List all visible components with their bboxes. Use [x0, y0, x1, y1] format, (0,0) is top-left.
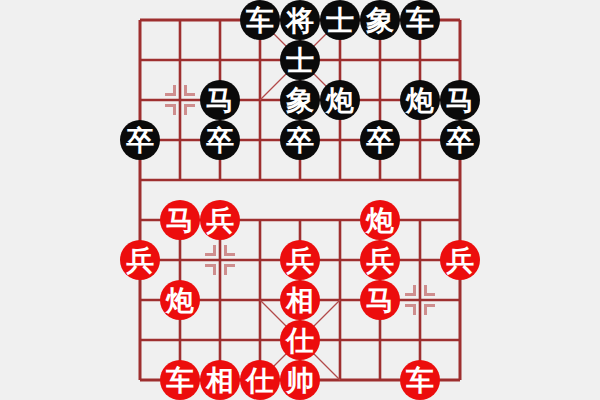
- piece-black-horse[interactable]: 马: [440, 80, 480, 120]
- piece-red-horse[interactable]: 马: [160, 200, 200, 240]
- piece-black-advisor[interactable]: 士: [320, 0, 360, 40]
- piece-red-soldier[interactable]: 兵: [120, 240, 160, 280]
- piece-red-elephant[interactable]: 相: [280, 280, 320, 320]
- piece-black-cannon[interactable]: 炮: [320, 80, 360, 120]
- piece-black-soldier[interactable]: 卒: [360, 120, 400, 160]
- marker-corner-tl: [405, 285, 416, 296]
- piece-red-soldier[interactable]: 兵: [280, 240, 320, 280]
- piece-black-elephant[interactable]: 象: [360, 0, 400, 40]
- piece-red-soldier[interactable]: 兵: [360, 240, 400, 280]
- marker-corner-tr: [184, 85, 195, 96]
- piece-red-horse[interactable]: 马: [360, 280, 400, 320]
- piece-black-soldier[interactable]: 卒: [280, 120, 320, 160]
- piece-red-chariot[interactable]: 车: [400, 360, 440, 400]
- marker-corner-tr: [424, 285, 435, 296]
- marker-corner-bl: [165, 104, 176, 115]
- piece-black-chariot[interactable]: 车: [240, 0, 280, 40]
- piece-red-cannon[interactable]: 炮: [360, 200, 400, 240]
- piece-red-soldier[interactable]: 兵: [440, 240, 480, 280]
- xiangqi-board: 车将士象车士马象炮炮马卒卒卒卒卒马兵炮兵兵兵兵炮相马仕车相仕帅车: [0, 0, 600, 400]
- piece-black-chariot[interactable]: 车: [400, 0, 440, 40]
- marker-corner-bl: [405, 304, 416, 315]
- piece-black-soldier[interactable]: 卒: [440, 120, 480, 160]
- point-marker: [160, 80, 200, 120]
- point-marker: [400, 280, 440, 320]
- piece-black-general[interactable]: 将: [280, 0, 320, 40]
- marker-corner-tl: [165, 85, 176, 96]
- marker-corner-br: [424, 304, 435, 315]
- piece-red-chariot[interactable]: 车: [160, 360, 200, 400]
- piece-black-soldier[interactable]: 卒: [200, 120, 240, 160]
- piece-black-elephant[interactable]: 象: [280, 80, 320, 120]
- piece-red-advisor[interactable]: 仕: [240, 360, 280, 400]
- piece-red-general[interactable]: 帅: [280, 360, 320, 400]
- marker-corner-br: [184, 104, 195, 115]
- marker-corner-br: [224, 264, 235, 275]
- piece-black-soldier[interactable]: 卒: [120, 120, 160, 160]
- point-marker: [200, 240, 240, 280]
- board-points: 车将士象车士马象炮炮马卒卒卒卒卒马兵炮兵兵兵兵炮相马仕车相仕帅车: [120, 0, 480, 400]
- marker-corner-tr: [224, 245, 235, 256]
- piece-black-advisor[interactable]: 士: [280, 40, 320, 80]
- piece-red-soldier[interactable]: 兵: [200, 200, 240, 240]
- marker-corner-bl: [205, 264, 216, 275]
- piece-black-cannon[interactable]: 炮: [400, 80, 440, 120]
- piece-red-cannon[interactable]: 炮: [160, 280, 200, 320]
- piece-red-advisor[interactable]: 仕: [280, 320, 320, 360]
- marker-corner-tl: [205, 245, 216, 256]
- piece-red-elephant[interactable]: 相: [200, 360, 240, 400]
- piece-black-horse[interactable]: 马: [200, 80, 240, 120]
